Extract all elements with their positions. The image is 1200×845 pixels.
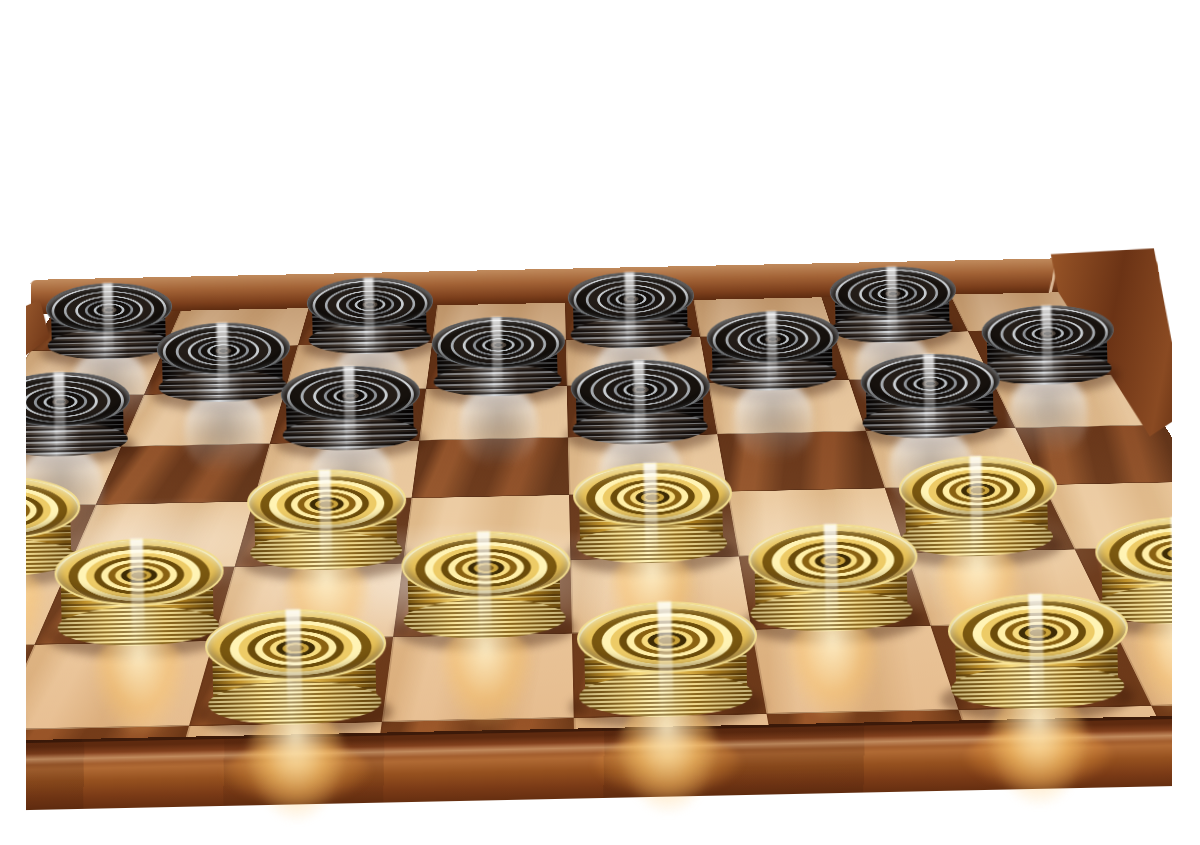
square-d4[interactable]	[411, 437, 569, 498]
piece-dark-e3[interactable]	[570, 358, 709, 441]
piece-dark-f2[interactable]	[706, 310, 838, 388]
piece-dark-h2[interactable]	[981, 304, 1113, 382]
piece-dark-c3[interactable]	[280, 364, 419, 447]
photo-crop-mask	[26, 0, 1172, 845]
piece-gold-g7[interactable]	[947, 592, 1126, 705]
square-d7[interactable]	[381, 634, 573, 722]
board-scene	[26, 0, 1172, 845]
piece-gold-e5[interactable]	[572, 461, 729, 560]
piece-dark-e1[interactable]	[568, 271, 694, 346]
piece-dark-a3[interactable]	[26, 371, 129, 454]
piece-gold-f6[interactable]	[748, 522, 915, 628]
square-b7[interactable]	[26, 641, 213, 730]
pieces-layer	[26, 0, 1172, 13]
square-f7[interactable]	[751, 626, 958, 714]
piece-gold-d6[interactable]	[401, 530, 568, 636]
piece-dark-a1[interactable]	[45, 282, 171, 357]
piece-dark-g3[interactable]	[860, 352, 999, 435]
photo-stage	[0, 0, 1200, 845]
piece-gold-g5[interactable]	[898, 454, 1055, 553]
piece-gold-c7[interactable]	[205, 608, 384, 721]
piece-dark-g1[interactable]	[829, 265, 955, 340]
square-b4[interactable]	[95, 444, 270, 505]
piece-dark-c1[interactable]	[306, 276, 432, 351]
piece-dark-b2[interactable]	[156, 321, 288, 399]
square-f4[interactable]	[717, 431, 885, 492]
piece-gold-b6[interactable]	[54, 537, 221, 643]
piece-gold-c5[interactable]	[247, 468, 404, 567]
piece-dark-d2[interactable]	[431, 315, 563, 393]
piece-gold-e7[interactable]	[576, 600, 755, 713]
